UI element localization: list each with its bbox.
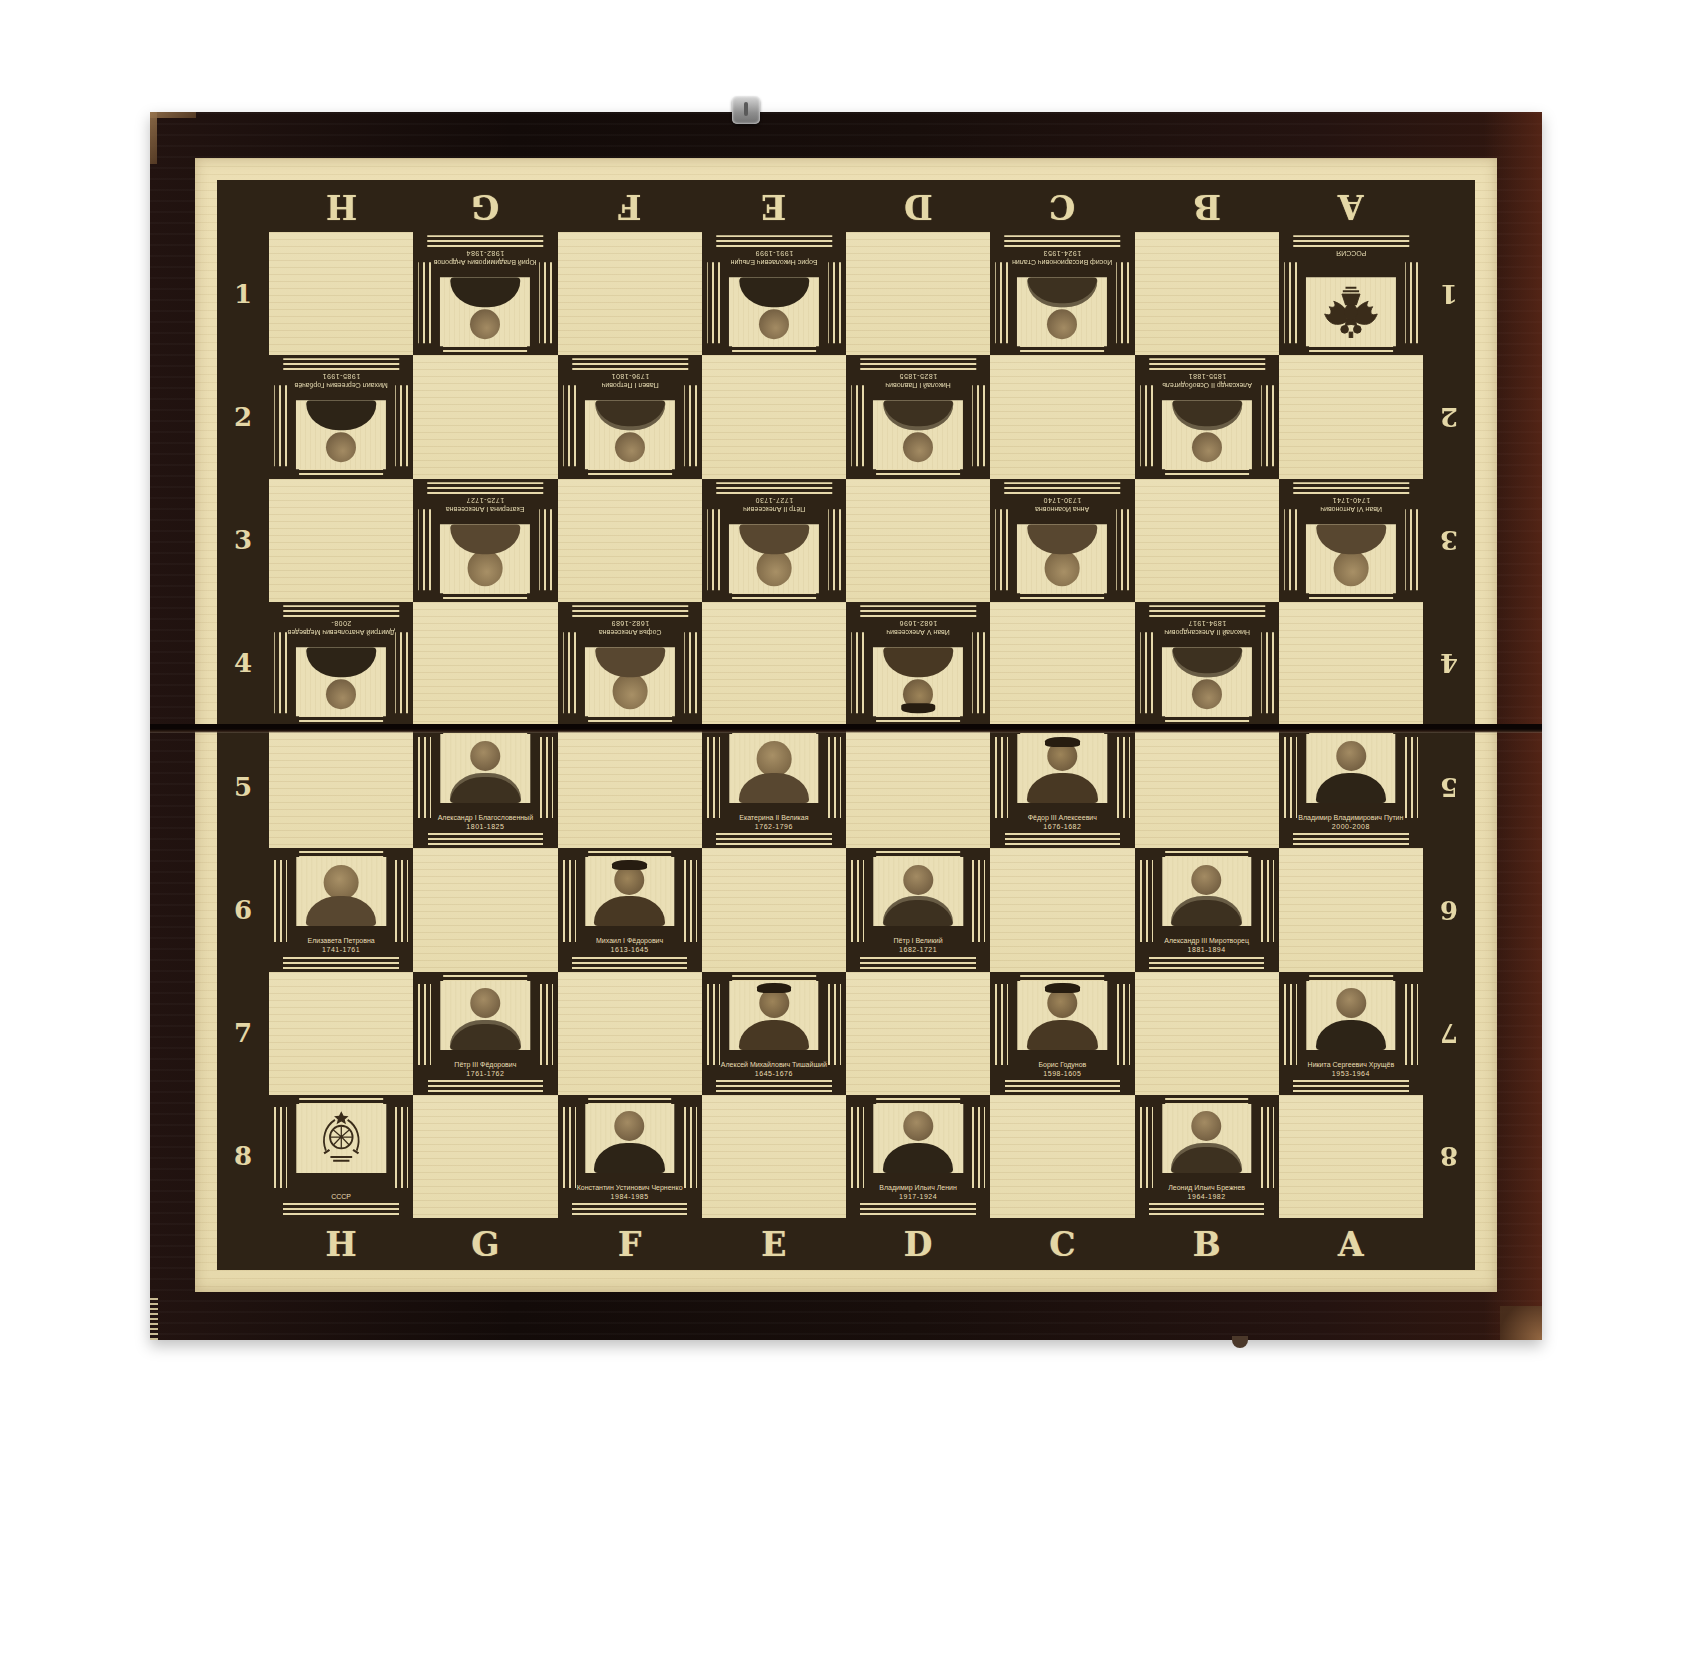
portrait-window (1306, 734, 1395, 803)
portrait-bust (304, 647, 379, 712)
engraved-caption: Елизавета Петровна1741-1761 (272, 936, 410, 954)
file-label-top-E: E (702, 180, 846, 232)
portrait-window (296, 647, 385, 716)
file-label-top-G: G (413, 180, 557, 232)
portrait-name: Александр I Благословенный (416, 813, 554, 822)
file-label-bottom-B: B (1135, 1218, 1279, 1270)
file-label-bottom-F: F (558, 1218, 702, 1270)
portrait-name: Константин Устинович Черненко (560, 1183, 698, 1192)
frame-joint (1500, 1306, 1542, 1340)
portrait-window (296, 857, 385, 926)
portrait-window (1018, 524, 1107, 593)
portrait-years: 1894-1917 (1137, 619, 1275, 628)
portrait-name: Пётр II Алексеевич (705, 505, 843, 514)
portrait-window (585, 400, 674, 469)
file-label-top-C: C (990, 180, 1134, 232)
portrait-bust (1313, 738, 1388, 803)
portrait-window (1018, 981, 1107, 1050)
engraved-caption: Софья Алексеевна1682-1689 (560, 619, 698, 637)
square-G2 (413, 355, 557, 478)
ornamental-frame: Анна Иоанновна1730-1740 (990, 479, 1134, 602)
engraved-caption: Пётр III Фёдорович1761-1762 (416, 1060, 554, 1078)
square-C8 (990, 1095, 1134, 1218)
engraved-caption: Пётр I Великий1682-1721 (849, 936, 987, 954)
soviet-emblem-icon (312, 1109, 370, 1167)
square-H1 (269, 232, 413, 355)
engraved-caption: Константин Устинович Черненко1984-1985 (560, 1183, 698, 1201)
square-H4: Дмитрий Анатольевич Медведев2008- (269, 602, 413, 725)
portrait-bust (736, 738, 811, 803)
ornamental-frame: Михаил I Фёдорович1613-1645 (558, 848, 702, 971)
rank-label-left-4: 4 (217, 602, 269, 725)
portrait-bust (881, 861, 956, 926)
engraved-caption: Иван VI Антонович1740-1741 (1282, 496, 1420, 514)
portrait-bust (304, 400, 379, 465)
border-corner (217, 180, 269, 232)
frame-joint (150, 112, 196, 118)
emblem-label: РОССИЯ (1282, 249, 1420, 258)
file-label-bottom-G: G (413, 1218, 557, 1270)
square-D4: Иван V Алексеевич1682-1696 (846, 602, 990, 725)
square-G8 (413, 1095, 557, 1218)
portrait-years: 1801-1825 (416, 822, 554, 831)
portrait-name: Елизавета Петровна (272, 936, 410, 945)
square-E5: Екатерина II Великая1762-1796 (702, 725, 846, 848)
square-B7 (1135, 972, 1279, 1095)
ornamental-frame: Пётр II Алексеевич1727-1730 (702, 479, 846, 602)
square-C3: Анна Иоанновна1730-1740 (990, 479, 1134, 602)
engraved-caption: Екатерина I Алексеевна1725-1727 (416, 496, 554, 514)
rank-label-right-5: 5 (1423, 725, 1475, 848)
portrait-name: Пётр III Фёдорович (416, 1060, 554, 1069)
portrait-name: Николай I Павлович (849, 381, 987, 390)
portrait-years: 1825-1855 (849, 372, 987, 381)
portrait-bust (736, 985, 811, 1050)
portrait-name: Екатерина I Алексеевна (416, 505, 554, 514)
rank-label-left-7: 7 (217, 972, 269, 1095)
square-G7: Пётр III Фёдорович1761-1762 (413, 972, 557, 1095)
engraved-caption: Екатерина II Великая1762-1796 (705, 813, 843, 831)
portrait-window (441, 524, 530, 593)
portrait-window (585, 1104, 674, 1173)
file-label-bottom-D: D (846, 1218, 990, 1270)
portrait-years: 1917-1924 (849, 1192, 987, 1201)
portrait-name: Борис Николаевич Ельцин (705, 258, 843, 267)
square-A8 (1279, 1095, 1423, 1218)
portrait-window (873, 1104, 962, 1173)
portrait-years: 1855-1881 (1137, 372, 1275, 381)
square-A7: Никита Сергеевич Хрущёв1953-1964 (1279, 972, 1423, 1095)
portrait-bust (448, 524, 523, 589)
portrait-years: 1991-1999 (705, 249, 843, 258)
ornamental-frame: Владимир Владимирович Путин2000-2008 (1279, 725, 1423, 848)
square-B6: Александр III Миротворец1881-1894 (1135, 848, 1279, 971)
square-F1 (558, 232, 702, 355)
file-label-bottom-H: H (269, 1218, 413, 1270)
file-label-top-A: A (1279, 180, 1423, 232)
ornamental-frame: Александр II Освободитель1855-1881 (1135, 355, 1279, 478)
rank-label-right-4: 4 (1423, 602, 1475, 725)
square-F5 (558, 725, 702, 848)
engraved-caption: Пётр II Алексеевич1727-1730 (705, 496, 843, 514)
square-B5 (1135, 725, 1279, 848)
border-corner (217, 1218, 269, 1270)
ornamental-frame: Софья Алексеевна1682-1689 (558, 602, 702, 725)
ornamental-frame: Константин Устинович Черненко1984-1985 (558, 1095, 702, 1218)
rank-label-right-2: 2 (1423, 355, 1475, 478)
engraved-caption: Александр II Освободитель1855-1881 (1137, 372, 1275, 390)
portrait-name: Павел I Петрович (560, 381, 698, 390)
square-H8: СССР (269, 1095, 413, 1218)
portrait-name: Фёдор III Алексеевич (993, 813, 1131, 822)
square-H6: Елизавета Петровна1741-1761 (269, 848, 413, 971)
square-H5 (269, 725, 413, 848)
portrait-years: 1953-1964 (1282, 1069, 1420, 1078)
portrait-years: 1682-1696 (849, 619, 987, 628)
portrait-years: 1762-1796 (705, 822, 843, 831)
portrait-bust (592, 861, 667, 926)
frame-joint (150, 1298, 158, 1340)
ornamental-frame: Александр I Благословенный1801-1825 (413, 725, 557, 848)
rank-label-left-5: 5 (217, 725, 269, 848)
portrait-window (1162, 857, 1251, 926)
portrait-window (1018, 277, 1107, 346)
square-A2 (1279, 355, 1423, 478)
portrait-years: 1682-1689 (560, 619, 698, 628)
engraved-caption: РОССИЯ (1282, 249, 1420, 258)
frame-joint (150, 112, 157, 164)
engraved-caption: Александр I Благословенный1801-1825 (416, 813, 554, 831)
portrait-years: 1727-1730 (705, 496, 843, 505)
portrait-name: Иван VI Антонович (1282, 505, 1420, 514)
rank-label-right-8: 8 (1423, 1095, 1475, 1218)
portrait-name: Иван V Алексеевич (849, 628, 987, 637)
square-A6 (1279, 848, 1423, 971)
engraved-caption: Владимир Ильич Ленин1917-1924 (849, 1183, 987, 1201)
engraved-caption: Николай I Павлович1825-1855 (849, 372, 987, 390)
square-B8: Леонид Ильич Брежнев1964-1982 (1135, 1095, 1279, 1218)
square-E3: Пётр II Алексеевич1727-1730 (702, 479, 846, 602)
portrait-name: Екатерина II Великая (705, 813, 843, 822)
portrait-window (441, 277, 530, 346)
portrait-window (729, 277, 818, 346)
ornamental-frame: Екатерина I Алексеевна1725-1727 (413, 479, 557, 602)
portrait-years: 2008- (272, 619, 410, 628)
fur-hat (1045, 983, 1080, 993)
ornamental-frame: Екатерина II Великая1762-1796 (702, 725, 846, 848)
portrait-bust (1025, 738, 1100, 803)
portrait-bust (448, 277, 523, 342)
portrait-window (1162, 647, 1251, 716)
portrait-window (441, 734, 530, 803)
square-H2: Михаил Сергеевич Горбачёв1985-1991 (269, 355, 413, 478)
square-E8 (702, 1095, 846, 1218)
square-H3 (269, 479, 413, 602)
square-G6 (413, 848, 557, 971)
file-label-bottom-E: E (702, 1218, 846, 1270)
portrait-name: Борис Годунов (993, 1060, 1131, 1069)
portrait-name: Софья Алексеевна (560, 628, 698, 637)
portrait-years: 1613-1645 (560, 945, 698, 954)
square-E7: Алексей Михайлович Тишайший1645-1676 (702, 972, 846, 1095)
ornamental-frame: Пётр I Великий1682-1721 (846, 848, 990, 971)
portrait-years: 1598-1605 (993, 1069, 1131, 1078)
portrait-years: 1984-1985 (560, 1192, 698, 1201)
engraved-caption: Михаил I Фёдорович1613-1645 (560, 936, 698, 954)
engraved-caption: Алексей Михайлович Тишайший1645-1676 (705, 1060, 843, 1078)
portrait-window (1306, 524, 1395, 593)
square-B4: Николай II Александрович1894-1917 (1135, 602, 1279, 725)
portrait-name: Анна Иоанновна (993, 505, 1131, 514)
square-G4 (413, 602, 557, 725)
portrait-bust (881, 647, 956, 712)
square-C4 (990, 602, 1134, 725)
file-label-bottom-C: C (990, 1218, 1134, 1270)
border-corner (1423, 1218, 1475, 1270)
portrait-name: Александр III Миротворец (1137, 936, 1275, 945)
square-C1: Иосиф Виссарионович Сталин1924-1953 (990, 232, 1134, 355)
portrait-years: 1761-1762 (416, 1069, 554, 1078)
portrait-years: 1924-1953 (993, 249, 1131, 258)
ornamental-frame: Елизавета Петровна1741-1761 (269, 848, 413, 971)
file-label-top-H: H (269, 180, 413, 232)
emblem-label: СССР (272, 1192, 410, 1201)
square-D1 (846, 232, 990, 355)
rank-label-left-8: 8 (217, 1095, 269, 1218)
square-E4 (702, 602, 846, 725)
file-label-top-B: B (1135, 180, 1279, 232)
portrait-bust (881, 400, 956, 465)
engraved-caption: Борис Годунов1598-1605 (993, 1060, 1131, 1078)
square-D2: Николай I Павлович1825-1855 (846, 355, 990, 478)
file-label-top-D: D (846, 180, 990, 232)
rank-label-right-1: 1 (1423, 232, 1475, 355)
square-G5: Александр I Благословенный1801-1825 (413, 725, 557, 848)
ornamental-frame: Борис Годунов1598-1605 (990, 972, 1134, 1095)
portrait-window (729, 524, 818, 593)
border-corner (1423, 180, 1475, 232)
portrait-bust (1025, 277, 1100, 342)
square-F6: Михаил I Фёдорович1613-1645 (558, 848, 702, 971)
portrait-years: 2000-2008 (1282, 822, 1420, 831)
square-A4 (1279, 602, 1423, 725)
portrait-name: Николай II Александрович (1137, 628, 1275, 637)
portrait-window (873, 647, 962, 716)
double-headed-eagle-icon (1322, 283, 1380, 341)
fold-seam (150, 724, 1542, 733)
engraved-caption: Михаил Сергеевич Горбачёв1985-1991 (272, 372, 410, 390)
portrait-bust (448, 985, 523, 1050)
portrait-bust (1169, 1108, 1244, 1173)
portrait-window (729, 734, 818, 803)
engraved-caption: Николай II Александрович1894-1917 (1137, 619, 1275, 637)
rank-label-left-6: 6 (217, 848, 269, 971)
square-B2: Александр II Освободитель1855-1881 (1135, 355, 1279, 478)
engraved-caption: Фёдор III Алексеевич1676-1682 (993, 813, 1131, 831)
ornamental-frame: Борис Николаевич Ельцин1991-1999 (702, 232, 846, 355)
engraved-caption: Юрий Владимирович Андропов1982-1984 (416, 249, 554, 267)
ornamental-frame: Иосиф Виссарионович Сталин1924-1953 (990, 232, 1134, 355)
portrait-window (585, 647, 674, 716)
rank-label-left-1: 1 (217, 232, 269, 355)
square-B1 (1135, 232, 1279, 355)
ornamental-frame: Леонид Ильич Брежнев1964-1982 (1135, 1095, 1279, 1218)
portrait-bust (448, 738, 523, 803)
engraved-caption: СССР (272, 1192, 410, 1201)
portrait-bust (736, 524, 811, 589)
portrait-window (1306, 981, 1395, 1050)
portrait-years: 1645-1676 (705, 1069, 843, 1078)
portrait-name: Владимир Ильич Ленин (849, 1183, 987, 1192)
portrait-name: Александр II Освободитель (1137, 381, 1275, 390)
portrait-years: 1725-1727 (416, 496, 554, 505)
rank-label-right-6: 6 (1423, 848, 1475, 971)
portrait-years: 1982-1984 (416, 249, 554, 258)
portrait-bust (592, 647, 667, 712)
portrait-bust (1169, 647, 1244, 712)
portrait-bust (304, 861, 379, 926)
portrait-bust (1313, 524, 1388, 589)
rank-label-right-3: 3 (1423, 479, 1475, 602)
file-label-top-F: F (558, 180, 702, 232)
portrait-window (1306, 277, 1395, 346)
ornamental-frame: Павел I Петрович1796-1801 (558, 355, 702, 478)
engraved-caption: Борис Николаевич Ельцин1991-1999 (705, 249, 843, 267)
portrait-bust (1169, 861, 1244, 926)
fur-hat (612, 860, 647, 870)
portrait-bust (881, 1108, 956, 1173)
ornamental-frame: СССР (269, 1095, 413, 1218)
portrait-bust (592, 1108, 667, 1173)
square-A3: Иван VI Антонович1740-1741 (1279, 479, 1423, 602)
ornamental-frame: РОССИЯ (1279, 232, 1423, 355)
portrait-bust (1169, 400, 1244, 465)
square-G3: Екатерина I Алексеевна1725-1727 (413, 479, 557, 602)
rank-label-right-7: 7 (1423, 972, 1475, 1095)
ornamental-frame: Дмитрий Анатольевич Медведев2008- (269, 602, 413, 725)
portrait-window (585, 857, 674, 926)
portrait-years: 1730-1740 (993, 496, 1131, 505)
portrait-years: 1740-1741 (1282, 496, 1420, 505)
portrait-bust (1025, 985, 1100, 1050)
rank-label-left-3: 3 (217, 479, 269, 602)
portrait-name: Дмитрий Анатольевич Медведев (272, 628, 410, 637)
portrait-name: Владимир Владимирович Путин (1282, 813, 1420, 822)
square-A5: Владимир Владимирович Путин2000-2008 (1279, 725, 1423, 848)
ornamental-frame: Фёдор III Алексеевич1676-1682 (990, 725, 1134, 848)
square-C6 (990, 848, 1134, 971)
portrait-name: Юрий Владимирович Андропов (416, 258, 554, 267)
file-label-bottom-A: A (1279, 1218, 1423, 1270)
square-G1: Юрий Владимирович Андропов1982-1984 (413, 232, 557, 355)
portrait-window (729, 981, 818, 1050)
portrait-name: Никита Сергеевич Хрущёв (1282, 1060, 1420, 1069)
portrait-window (296, 1104, 385, 1173)
ornamental-frame: Николай II Александрович1894-1917 (1135, 602, 1279, 725)
box-foot (1232, 1336, 1248, 1348)
engraved-caption: Никита Сергеевич Хрущёв1953-1964 (1282, 1060, 1420, 1078)
ornamental-frame: Юрий Владимирович Андропов1982-1984 (413, 232, 557, 355)
chess-board-box: HGFEDCBA1Юрий Владимирович Андропов1982-… (150, 112, 1542, 1340)
engraved-caption: Анна Иоанновна1730-1740 (993, 496, 1131, 514)
square-E1: Борис Николаевич Ельцин1991-1999 (702, 232, 846, 355)
fur-hat (1045, 737, 1080, 747)
portrait-window (873, 400, 962, 469)
square-H7 (269, 972, 413, 1095)
square-D7 (846, 972, 990, 1095)
fur-hat (901, 703, 936, 713)
portrait-years: 1676-1682 (993, 822, 1131, 831)
square-A1: РОССИЯ (1279, 232, 1423, 355)
portrait-years: 1985-1991 (272, 372, 410, 381)
ornamental-frame: Михаил Сергеевич Горбачёв1985-1991 (269, 355, 413, 478)
engraved-caption: Дмитрий Анатольевич Медведев2008- (272, 619, 410, 637)
portrait-years: 1682-1721 (849, 945, 987, 954)
ornamental-frame: Никита Сергеевич Хрущёв1953-1964 (1279, 972, 1423, 1095)
square-B3 (1135, 479, 1279, 602)
portrait-years: 1741-1761 (272, 945, 410, 954)
square-F4: Софья Алексеевна1682-1689 (558, 602, 702, 725)
portrait-name: Иосиф Виссарионович Сталин (993, 258, 1131, 267)
portrait-bust (1313, 985, 1388, 1050)
square-F2: Павел I Петрович1796-1801 (558, 355, 702, 478)
square-C5: Фёдор III Алексеевич1676-1682 (990, 725, 1134, 848)
square-D3 (846, 479, 990, 602)
square-C7: Борис Годунов1598-1605 (990, 972, 1134, 1095)
square-F3 (558, 479, 702, 602)
ornamental-frame: Иван VI Антонович1740-1741 (1279, 479, 1423, 602)
square-D6: Пётр I Великий1682-1721 (846, 848, 990, 971)
portrait-window (296, 400, 385, 469)
photo-background: HGFEDCBA1Юрий Владимирович Андропов1982-… (0, 0, 1692, 1668)
portrait-bust (736, 277, 811, 342)
portrait-name: Алексей Михайлович Тишайший (705, 1060, 843, 1069)
portrait-name: Михаил I Фёдорович (560, 936, 698, 945)
square-F8: Константин Устинович Черненко1984-1985 (558, 1095, 702, 1218)
portrait-window (873, 857, 962, 926)
portrait-window (441, 981, 530, 1050)
portrait-name: Михаил Сергеевич Горбачёв (272, 381, 410, 390)
ornamental-frame: Пётр III Фёдорович1761-1762 (413, 972, 557, 1095)
square-F7 (558, 972, 702, 1095)
ornamental-frame: Владимир Ильич Ленин1917-1924 (846, 1095, 990, 1218)
engraved-caption: Александр III Миротворец1881-1894 (1137, 936, 1275, 954)
portrait-name: Леонид Ильич Брежнев (1137, 1183, 1275, 1192)
portrait-years: 1796-1801 (560, 372, 698, 381)
portrait-name: Пётр I Великий (849, 936, 987, 945)
metal-clasp-icon (732, 96, 760, 124)
rank-label-left-2: 2 (217, 355, 269, 478)
square-C2 (990, 355, 1134, 478)
square-D5 (846, 725, 990, 848)
square-E2 (702, 355, 846, 478)
portrait-window (1162, 1104, 1251, 1173)
portrait-window (1162, 400, 1251, 469)
square-D8: Владимир Ильич Ленин1917-1924 (846, 1095, 990, 1218)
engraved-caption: Иван V Алексеевич1682-1696 (849, 619, 987, 637)
portrait-years: 1881-1894 (1137, 945, 1275, 954)
ornamental-frame: Александр III Миротворец1881-1894 (1135, 848, 1279, 971)
ornamental-frame: Иван V Алексеевич1682-1696 (846, 602, 990, 725)
ornamental-frame: Алексей Михайлович Тишайший1645-1676 (702, 972, 846, 1095)
portrait-bust (592, 400, 667, 465)
portrait-years: 1964-1982 (1137, 1192, 1275, 1201)
fur-hat (757, 983, 792, 993)
square-E6 (702, 848, 846, 971)
portrait-bust (1025, 524, 1100, 589)
portrait-window (1018, 734, 1107, 803)
engraved-caption: Павел I Петрович1796-1801 (560, 372, 698, 390)
